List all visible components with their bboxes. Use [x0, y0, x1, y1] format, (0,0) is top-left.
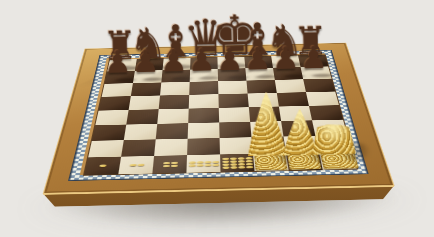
- square-g5[interactable]: [277, 92, 309, 106]
- chessboard: ♜♞♝♛♚♝♞♜♟♟♟♟♟♟♟♟: [43, 43, 395, 194]
- square-a5[interactable]: [99, 96, 131, 110]
- scene: ♜♞♝♛♚♝♞♜♟♟♟♟♟♟♟♟: [0, 0, 434, 237]
- square-h6[interactable]: [303, 79, 335, 93]
- square-d5[interactable]: [189, 94, 219, 108]
- square-c5[interactable]: [159, 95, 190, 109]
- wheat-pile-g1-grains-64: [282, 108, 318, 155]
- square-e5[interactable]: [218, 94, 248, 108]
- board-tilt-wrapper: ♜♞♝♛♚♝♞♜♟♟♟♟♟♟♟♟: [0, 0, 434, 237]
- square-b5[interactable]: [129, 95, 160, 109]
- square-h5[interactable]: [306, 92, 339, 106]
- wheat-pile-h1-grains-128: [311, 124, 356, 155]
